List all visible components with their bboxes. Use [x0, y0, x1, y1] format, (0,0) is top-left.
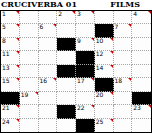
- cell-r1c8[interactable]: 4: [132, 11, 151, 24]
- clue-number-20: 20: [96, 92, 104, 98]
- red-corner-mark: [16, 105, 19, 108]
- cell-r6c1[interactable]: 15: [1, 78, 20, 91]
- cell-r6c8[interactable]: [132, 78, 151, 91]
- cell-r3c7[interactable]: [114, 38, 133, 51]
- cell-r8c6[interactable]: [95, 105, 114, 118]
- black-cell-r5c5: [76, 65, 95, 78]
- cell-r6c4[interactable]: [57, 78, 76, 91]
- cell-r8c3[interactable]: [39, 105, 58, 118]
- cell-r9c4[interactable]: [57, 119, 76, 132]
- clue-number-24: 24: [2, 119, 10, 125]
- black-cell-r2c6: [95, 24, 114, 37]
- clue-number-4: 4: [133, 11, 137, 17]
- cell-r1c2[interactable]: [20, 11, 39, 24]
- cell-r1c1[interactable]: 1: [1, 11, 20, 24]
- red-corner-mark: [148, 11, 151, 14]
- title-bar: CRUCIVERBA 01 FILMS: [0, 0, 152, 10]
- puzzle-title: CRUCIVERBA 01: [0, 0, 77, 9]
- black-cell-r8c4: [57, 105, 76, 118]
- red-corner-mark: [148, 105, 151, 108]
- red-corner-mark: [53, 24, 56, 27]
- red-corner-mark: [91, 105, 94, 108]
- red-corner-mark: [110, 51, 113, 54]
- clue-number-19: 19: [21, 92, 29, 98]
- red-corner-mark: [72, 11, 75, 14]
- cell-r7c7[interactable]: [114, 92, 133, 105]
- black-cell-r6c6: [95, 78, 114, 91]
- cell-r5c2[interactable]: [20, 65, 39, 78]
- cell-r3c6[interactable]: 10: [95, 38, 114, 51]
- cell-r4c7[interactable]: [114, 51, 133, 64]
- red-corner-mark: [128, 78, 131, 81]
- cell-r1c4[interactable]: 2: [57, 11, 76, 24]
- cell-r7c4[interactable]: [57, 92, 76, 105]
- cell-r5c7[interactable]: [114, 65, 133, 78]
- cell-r7c5[interactable]: [76, 92, 95, 105]
- red-corner-mark: [16, 78, 19, 81]
- clue-number-10: 10: [96, 38, 104, 44]
- black-cell-r9c5: [76, 119, 95, 132]
- black-cell-r7c1: [1, 92, 20, 105]
- clue-number-14: 14: [96, 65, 104, 71]
- clue-number-13: 13: [2, 65, 10, 71]
- clue-number-8: 8: [2, 38, 6, 44]
- crossword-grid: 1234567891011121314151617181920212223242…: [0, 10, 152, 133]
- black-cell-r5c4: [57, 65, 76, 78]
- cell-r7c6[interactable]: 20: [95, 92, 114, 105]
- puzzle-theme: FILMS: [110, 0, 152, 9]
- clue-number-1: 1: [2, 11, 6, 17]
- cell-r6c5[interactable]: 17: [76, 78, 95, 91]
- clue-number-2: 2: [58, 11, 62, 17]
- clue-number-21: 21: [2, 105, 10, 111]
- cell-r3c3[interactable]: [39, 38, 58, 51]
- red-corner-mark: [91, 38, 94, 41]
- clue-number-7: 7: [115, 24, 119, 30]
- cell-r2c2[interactable]: [20, 24, 39, 37]
- red-corner-mark: [110, 92, 113, 95]
- cell-r8c5[interactable]: 22: [76, 105, 95, 118]
- cell-r3c1[interactable]: 8: [1, 38, 20, 51]
- cell-r4c4[interactable]: [57, 51, 76, 64]
- cell-r9c2[interactable]: [20, 119, 39, 132]
- red-corner-mark: [16, 38, 19, 41]
- red-corner-mark: [91, 11, 94, 14]
- clue-number-23: 23: [133, 105, 141, 111]
- clue-number-15: 15: [2, 78, 10, 84]
- cell-r8c2[interactable]: [20, 105, 39, 118]
- cell-r9c3[interactable]: [39, 119, 58, 132]
- clue-number-16: 16: [40, 78, 48, 84]
- red-corner-mark: [16, 65, 19, 68]
- red-corner-mark: [16, 24, 19, 27]
- cell-r5c8[interactable]: [132, 65, 151, 78]
- clue-number-3: 3: [77, 11, 81, 17]
- clue-number-17: 17: [77, 78, 85, 84]
- red-corner-mark: [110, 65, 113, 68]
- cell-r8c7[interactable]: [114, 105, 133, 118]
- red-corner-mark: [128, 24, 131, 27]
- clue-number-5: 5: [2, 24, 6, 30]
- clue-number-18: 18: [115, 78, 123, 84]
- black-cell-r3c4: [57, 38, 76, 51]
- red-corner-mark: [110, 38, 113, 41]
- cell-r2c7[interactable]: 7: [114, 24, 133, 37]
- red-corner-mark: [110, 119, 113, 122]
- cell-r1c7[interactable]: [114, 11, 133, 24]
- cell-r3c2[interactable]: [20, 38, 39, 51]
- cell-r9c8[interactable]: [132, 119, 151, 132]
- cell-r6c2[interactable]: [20, 78, 39, 91]
- red-corner-mark: [16, 11, 19, 14]
- black-cell-r7c8: [132, 92, 151, 105]
- cell-r2c5[interactable]: [76, 24, 95, 37]
- clue-number-22: 22: [77, 105, 85, 111]
- cell-r7c3[interactable]: [39, 92, 58, 105]
- red-corner-mark: [53, 78, 56, 81]
- red-corner-mark: [16, 119, 19, 122]
- cell-r1c6[interactable]: [95, 11, 114, 24]
- clue-number-9: 9: [77, 38, 81, 44]
- clue-number-11: 11: [2, 51, 10, 57]
- cell-r5c6[interactable]: 14: [95, 65, 114, 78]
- cell-r4c2[interactable]: [20, 51, 39, 64]
- crossword-app-window: CRUCIVERBA 01 FILMS 12345678910111213141…: [0, 0, 152, 133]
- cell-r5c3[interactable]: [39, 65, 58, 78]
- cell-r4c8[interactable]: [132, 51, 151, 64]
- cell-r4c6[interactable]: 12: [95, 51, 114, 64]
- cell-r2c4[interactable]: [57, 24, 76, 37]
- cell-r8c8[interactable]: 23: [132, 105, 151, 118]
- cell-r6c3[interactable]: 16: [39, 78, 58, 91]
- red-corner-mark: [35, 92, 38, 95]
- red-corner-mark: [16, 51, 19, 54]
- cell-r8c1[interactable]: 21: [1, 105, 20, 118]
- cell-r9c6[interactable]: 25: [95, 119, 114, 132]
- cell-r2c8[interactable]: [132, 24, 151, 37]
- cell-r4c3[interactable]: [39, 51, 58, 64]
- cell-r2c1[interactable]: 5: [1, 24, 20, 37]
- cell-r1c3[interactable]: [39, 11, 58, 24]
- cell-r3c8[interactable]: [132, 38, 151, 51]
- black-cell-r4c5: [76, 51, 95, 64]
- cell-r9c1[interactable]: 24: [1, 119, 20, 132]
- clue-number-25: 25: [96, 119, 104, 125]
- cell-r1c5[interactable]: 3: [76, 11, 95, 24]
- cell-r6c7[interactable]: 18: [114, 78, 133, 91]
- clue-number-12: 12: [96, 51, 104, 57]
- cell-r2c3[interactable]: 6: [39, 24, 58, 37]
- cell-r9c7[interactable]: [114, 119, 133, 132]
- cell-r7c2[interactable]: 19: [20, 92, 39, 105]
- red-corner-mark: [91, 78, 94, 81]
- clue-number-6: 6: [40, 24, 44, 30]
- cell-r4c1[interactable]: 11: [1, 51, 20, 64]
- cell-r5c1[interactable]: 13: [1, 65, 20, 78]
- cell-r3c5[interactable]: 9: [76, 38, 95, 51]
